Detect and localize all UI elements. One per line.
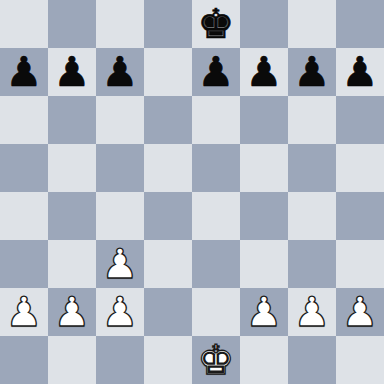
white-pawn[interactable]: ♟ <box>102 288 139 336</box>
square-d5[interactable] <box>144 144 192 192</box>
square-d6[interactable] <box>144 96 192 144</box>
square-d7[interactable] <box>144 48 192 96</box>
square-g2[interactable]: ♟ <box>288 288 336 336</box>
square-a2[interactable]: ♟ <box>0 288 48 336</box>
white-pawn[interactable]: ♟ <box>342 288 379 336</box>
square-f1[interactable] <box>240 336 288 384</box>
white-pawn[interactable]: ♟ <box>6 288 43 336</box>
square-e3[interactable] <box>192 240 240 288</box>
square-c2[interactable]: ♟ <box>96 288 144 336</box>
square-e6[interactable] <box>192 96 240 144</box>
square-b8[interactable] <box>48 0 96 48</box>
square-e5[interactable] <box>192 144 240 192</box>
square-c4[interactable] <box>96 192 144 240</box>
white-king[interactable]: ♚ <box>198 336 235 384</box>
square-h2[interactable]: ♟ <box>336 288 384 336</box>
square-h1[interactable] <box>336 336 384 384</box>
black-pawn[interactable]: ♟ <box>54 48 91 96</box>
square-h3[interactable] <box>336 240 384 288</box>
square-b3[interactable] <box>48 240 96 288</box>
square-h7[interactable]: ♟ <box>336 48 384 96</box>
black-pawn[interactable]: ♟ <box>294 48 331 96</box>
square-f2[interactable]: ♟ <box>240 288 288 336</box>
square-d1[interactable] <box>144 336 192 384</box>
square-b7[interactable]: ♟ <box>48 48 96 96</box>
square-c6[interactable] <box>96 96 144 144</box>
square-a7[interactable]: ♟ <box>0 48 48 96</box>
square-e4[interactable] <box>192 192 240 240</box>
square-b6[interactable] <box>48 96 96 144</box>
square-c1[interactable] <box>96 336 144 384</box>
square-d8[interactable] <box>144 0 192 48</box>
square-h5[interactable] <box>336 144 384 192</box>
square-c5[interactable] <box>96 144 144 192</box>
square-a3[interactable] <box>0 240 48 288</box>
black-king[interactable]: ♚ <box>198 0 235 48</box>
chess-board: ♚♟♟♟♟♟♟♟♟♟♟♟♟♟♟♚ <box>0 0 384 384</box>
square-f4[interactable] <box>240 192 288 240</box>
white-pawn[interactable]: ♟ <box>102 240 139 288</box>
white-pawn[interactable]: ♟ <box>246 288 283 336</box>
square-g3[interactable] <box>288 240 336 288</box>
square-e1[interactable]: ♚ <box>192 336 240 384</box>
square-a6[interactable] <box>0 96 48 144</box>
square-f3[interactable] <box>240 240 288 288</box>
square-a8[interactable] <box>0 0 48 48</box>
square-h6[interactable] <box>336 96 384 144</box>
square-c7[interactable]: ♟ <box>96 48 144 96</box>
square-d3[interactable] <box>144 240 192 288</box>
white-pawn[interactable]: ♟ <box>54 288 91 336</box>
square-b5[interactable] <box>48 144 96 192</box>
square-c8[interactable] <box>96 0 144 48</box>
square-h8[interactable] <box>336 0 384 48</box>
square-d4[interactable] <box>144 192 192 240</box>
square-a4[interactable] <box>0 192 48 240</box>
black-pawn[interactable]: ♟ <box>102 48 139 96</box>
square-g4[interactable] <box>288 192 336 240</box>
black-pawn[interactable]: ♟ <box>198 48 235 96</box>
black-pawn[interactable]: ♟ <box>246 48 283 96</box>
square-f8[interactable] <box>240 0 288 48</box>
square-b2[interactable]: ♟ <box>48 288 96 336</box>
square-a1[interactable] <box>0 336 48 384</box>
square-g8[interactable] <box>288 0 336 48</box>
square-b4[interactable] <box>48 192 96 240</box>
square-f7[interactable]: ♟ <box>240 48 288 96</box>
black-pawn[interactable]: ♟ <box>342 48 379 96</box>
square-g6[interactable] <box>288 96 336 144</box>
square-e7[interactable]: ♟ <box>192 48 240 96</box>
square-f5[interactable] <box>240 144 288 192</box>
square-d2[interactable] <box>144 288 192 336</box>
square-a5[interactable] <box>0 144 48 192</box>
square-b1[interactable] <box>48 336 96 384</box>
square-f6[interactable] <box>240 96 288 144</box>
square-g5[interactable] <box>288 144 336 192</box>
square-g7[interactable]: ♟ <box>288 48 336 96</box>
square-h4[interactable] <box>336 192 384 240</box>
square-e8[interactable]: ♚ <box>192 0 240 48</box>
white-pawn[interactable]: ♟ <box>294 288 331 336</box>
square-e2[interactable] <box>192 288 240 336</box>
square-g1[interactable] <box>288 336 336 384</box>
black-pawn[interactable]: ♟ <box>6 48 43 96</box>
square-c3[interactable]: ♟ <box>96 240 144 288</box>
